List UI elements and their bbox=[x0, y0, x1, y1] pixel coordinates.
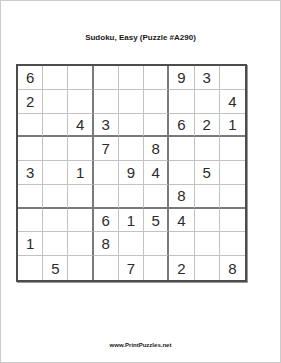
cell-r9c1[interactable] bbox=[18, 256, 43, 280]
cell-r7c2[interactable] bbox=[43, 209, 68, 233]
cell-r8c9[interactable] bbox=[220, 232, 245, 256]
cell-r8c4: 8 bbox=[94, 232, 119, 256]
cell-r5c6: 4 bbox=[144, 161, 169, 185]
cell-r8c6[interactable] bbox=[144, 232, 169, 256]
cell-r1c2[interactable] bbox=[43, 66, 68, 90]
footer-url: www.PrintPuzzles.net bbox=[1, 342, 280, 348]
cell-r4c1[interactable] bbox=[18, 137, 43, 161]
cell-r2c7[interactable] bbox=[169, 90, 194, 114]
cell-r7c9[interactable] bbox=[220, 209, 245, 233]
cell-r1c7: 9 bbox=[169, 66, 194, 90]
cell-r2c6[interactable] bbox=[144, 90, 169, 114]
cell-r2c5[interactable] bbox=[119, 90, 144, 114]
cell-r7c5: 1 bbox=[119, 209, 144, 233]
cell-r6c9[interactable] bbox=[220, 185, 245, 209]
cell-r8c3[interactable] bbox=[68, 232, 93, 256]
cell-r9c8[interactable] bbox=[195, 256, 220, 280]
cell-r5c4[interactable] bbox=[94, 161, 119, 185]
cell-r4c5[interactable] bbox=[119, 137, 144, 161]
cell-r9c2: 5 bbox=[43, 256, 68, 280]
cell-r9c5: 7 bbox=[119, 256, 144, 280]
cell-r4c9[interactable] bbox=[220, 137, 245, 161]
cell-r1c6[interactable] bbox=[144, 66, 169, 90]
cell-r2c8[interactable] bbox=[195, 90, 220, 114]
cell-r6c8[interactable] bbox=[195, 185, 220, 209]
cell-r8c2[interactable] bbox=[43, 232, 68, 256]
cell-r7c4: 6 bbox=[94, 209, 119, 233]
cell-r6c4[interactable] bbox=[94, 185, 119, 209]
cell-r4c7[interactable] bbox=[169, 137, 194, 161]
cell-r6c1[interactable] bbox=[18, 185, 43, 209]
cell-r1c4[interactable] bbox=[94, 66, 119, 90]
cell-r6c5[interactable] bbox=[119, 185, 144, 209]
cell-r4c4: 7 bbox=[94, 137, 119, 161]
cell-r9c4[interactable] bbox=[94, 256, 119, 280]
cell-r3c5[interactable] bbox=[119, 114, 144, 138]
cell-r7c7: 4 bbox=[169, 209, 194, 233]
cell-r6c6[interactable] bbox=[144, 185, 169, 209]
cell-r2c1: 2 bbox=[18, 90, 43, 114]
cell-r2c4[interactable] bbox=[94, 90, 119, 114]
cell-r2c3[interactable] bbox=[68, 90, 93, 114]
cell-r5c3: 1 bbox=[68, 161, 93, 185]
cell-r5c5: 9 bbox=[119, 161, 144, 185]
cell-r8c1: 1 bbox=[18, 232, 43, 256]
cell-r3c3: 4 bbox=[68, 114, 93, 138]
cell-r3c4: 3 bbox=[94, 114, 119, 138]
cell-r9c7: 2 bbox=[169, 256, 194, 280]
cell-r5c7[interactable] bbox=[169, 161, 194, 185]
cell-r8c8[interactable] bbox=[195, 232, 220, 256]
cell-r3c2[interactable] bbox=[43, 114, 68, 138]
cell-r4c8[interactable] bbox=[195, 137, 220, 161]
cell-r1c8: 3 bbox=[195, 66, 220, 90]
cell-r8c5[interactable] bbox=[119, 232, 144, 256]
sudoku-grid: 6932443621783194586154185728 bbox=[16, 64, 247, 282]
cell-r1c5[interactable] bbox=[119, 66, 144, 90]
cell-r5c8: 5 bbox=[195, 161, 220, 185]
cell-r7c3[interactable] bbox=[68, 209, 93, 233]
cell-r6c3[interactable] bbox=[68, 185, 93, 209]
cell-r6c2[interactable] bbox=[43, 185, 68, 209]
cell-r7c6: 5 bbox=[144, 209, 169, 233]
cell-r9c6[interactable] bbox=[144, 256, 169, 280]
cell-r4c6: 8 bbox=[144, 137, 169, 161]
cell-r4c2[interactable] bbox=[43, 137, 68, 161]
cell-r4c3[interactable] bbox=[68, 137, 93, 161]
cell-r3c9: 1 bbox=[220, 114, 245, 138]
cell-r3c7: 6 bbox=[169, 114, 194, 138]
cell-r9c9: 8 bbox=[220, 256, 245, 280]
cell-r1c9[interactable] bbox=[220, 66, 245, 90]
puzzle-page: Sudoku, Easy (Puzzle #A290) 693244362178… bbox=[0, 0, 281, 363]
cell-r1c1: 6 bbox=[18, 66, 43, 90]
cell-r5c1: 3 bbox=[18, 161, 43, 185]
cell-r7c8[interactable] bbox=[195, 209, 220, 233]
cell-r7c1[interactable] bbox=[18, 209, 43, 233]
cell-r9c3[interactable] bbox=[68, 256, 93, 280]
cell-r2c2[interactable] bbox=[43, 90, 68, 114]
page-title: Sudoku, Easy (Puzzle #A290) bbox=[1, 33, 280, 42]
cell-r8c7[interactable] bbox=[169, 232, 194, 256]
cell-r3c8: 2 bbox=[195, 114, 220, 138]
cell-r5c9[interactable] bbox=[220, 161, 245, 185]
cell-r5c2[interactable] bbox=[43, 161, 68, 185]
cell-r2c9: 4 bbox=[220, 90, 245, 114]
cell-r1c3[interactable] bbox=[68, 66, 93, 90]
cell-r6c7: 8 bbox=[169, 185, 194, 209]
cell-r3c1[interactable] bbox=[18, 114, 43, 138]
cell-r3c6[interactable] bbox=[144, 114, 169, 138]
